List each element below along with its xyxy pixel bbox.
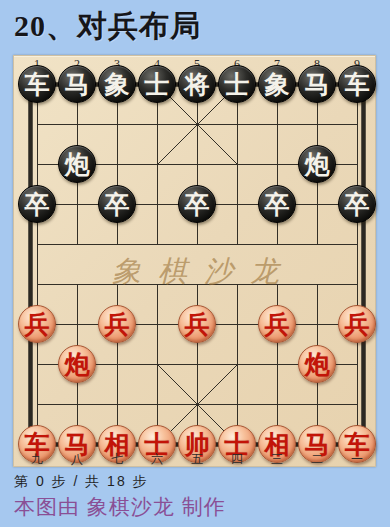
piece-black[interactable]: 炮 (58, 145, 96, 183)
piece-red[interactable]: 炮 (58, 345, 96, 383)
piece-black[interactable]: 车 (338, 65, 376, 103)
xiangqi-board: 123456789 象棋沙龙 车马象士将士象马车炮炮卒卒卒卒卒兵兵兵兵兵炮炮车马… (13, 55, 376, 467)
piece-black[interactable]: 卒 (338, 185, 376, 223)
file-label: 九 (17, 451, 57, 468)
file-label: 八 (57, 451, 97, 468)
piece-red[interactable]: 兵 (258, 305, 296, 343)
piece-black[interactable]: 炮 (298, 145, 336, 183)
file-label: 六 (137, 451, 177, 468)
piece-black[interactable]: 卒 (178, 185, 216, 223)
pieces-layer: 车马象士将士象马车炮炮卒卒卒卒卒兵兵兵兵兵炮炮车马相士帅士相马车 (17, 64, 377, 464)
piece-black[interactable]: 卒 (258, 185, 296, 223)
file-label: 三 (257, 451, 297, 468)
piece-black[interactable]: 象 (98, 65, 136, 103)
piece-black[interactable]: 马 (58, 65, 96, 103)
piece-black[interactable]: 车 (18, 65, 56, 103)
page-title: 20、对兵布局 (14, 6, 201, 47)
piece-black[interactable]: 卒 (98, 185, 136, 223)
piece-black[interactable]: 士 (218, 65, 256, 103)
credit-text: 本图由 象棋沙龙 制作 (14, 493, 226, 521)
piece-black[interactable]: 卒 (18, 185, 56, 223)
file-label: 七 (97, 451, 137, 468)
file-label: 二 (297, 451, 337, 468)
piece-black[interactable]: 马 (298, 65, 336, 103)
piece-red[interactable]: 兵 (338, 305, 376, 343)
piece-red[interactable]: 兵 (178, 305, 216, 343)
file-label: 四 (217, 451, 257, 468)
file-label: 五 (177, 451, 217, 468)
step-counter: 第 0 步 / 共 18 步 (14, 473, 149, 491)
piece-red[interactable]: 炮 (298, 345, 336, 383)
piece-black[interactable]: 将 (178, 65, 216, 103)
file-labels-bottom: 九八七六五四三二一 (17, 451, 377, 467)
piece-black[interactable]: 士 (138, 65, 176, 103)
piece-red[interactable]: 兵 (98, 305, 136, 343)
piece-black[interactable]: 象 (258, 65, 296, 103)
file-label: 一 (337, 451, 377, 468)
piece-red[interactable]: 兵 (18, 305, 56, 343)
